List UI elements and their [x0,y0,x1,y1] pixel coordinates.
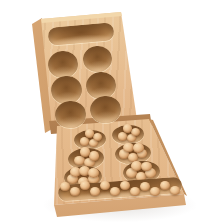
wooden-ball [118,132,127,140]
wooden-ball [170,186,180,195]
mancala-board-photo [0,0,222,222]
wooden-ball [80,147,90,156]
wooden-ball [70,187,80,196]
wooden-ball [60,182,70,191]
wooden-ball [88,168,99,178]
wooden-ball [85,129,94,137]
wooden-ball [123,124,132,132]
wooden-ball [133,143,143,152]
wooden-ball [120,181,130,190]
wooden-ball [130,187,140,196]
wooden-ball [160,181,170,190]
wooden-ball [80,137,89,145]
wooden-ball [140,182,150,191]
